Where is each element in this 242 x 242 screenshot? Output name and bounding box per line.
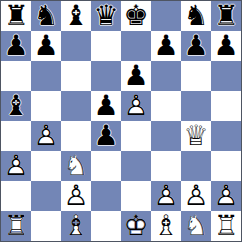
chess-board-window: ♜♞♝♛♚♞♜♟♟♟♟♟♟♝♟♟♙♟♙♟♛♕♟♙♞♘♟♙♟♙♟♙♟♙♜♖♝♗♚♔… — [0, 0, 242, 242]
square-e4[interactable] — [121, 121, 151, 151]
white-pawn-piece[interactable]: ♟♙ — [151, 181, 181, 211]
black-pawn-piece[interactable]: ♟ — [1, 31, 31, 61]
square-c2[interactable]: ♟♙ — [61, 181, 91, 211]
piece-glyph-fill: ♟ — [121, 61, 151, 91]
black-pawn-piece[interactable]: ♟ — [211, 31, 241, 61]
piece-glyph-outline: ♙ — [121, 91, 151, 121]
black-knight-piece[interactable]: ♞ — [181, 1, 211, 31]
square-a6[interactable] — [1, 61, 31, 91]
piece-glyph-fill: ♞ — [31, 1, 61, 31]
white-pawn-piece[interactable]: ♟♙ — [61, 181, 91, 211]
square-h8[interactable]: ♜ — [211, 1, 241, 31]
square-f3[interactable] — [151, 151, 181, 181]
square-h6[interactable] — [211, 61, 241, 91]
piece-glyph-fill: ♟ — [1, 31, 31, 61]
white-king-piece[interactable]: ♚♔ — [121, 211, 151, 241]
square-c5[interactable] — [61, 91, 91, 121]
piece-glyph-outline: ♗ — [151, 211, 181, 241]
piece-glyph-fill: ♟ — [31, 31, 61, 61]
square-f7[interactable]: ♟ — [151, 31, 181, 61]
black-pawn-piece[interactable]: ♟ — [181, 31, 211, 61]
square-c8[interactable]: ♝ — [61, 1, 91, 31]
piece-glyph-outline: ♙ — [181, 181, 211, 211]
square-g4[interactable]: ♛♕ — [181, 121, 211, 151]
square-a8[interactable]: ♜ — [1, 1, 31, 31]
square-a1[interactable]: ♜♖ — [1, 211, 31, 241]
black-queen-piece[interactable]: ♛ — [91, 1, 121, 31]
square-a3[interactable]: ♟♙ — [1, 151, 31, 181]
square-f4[interactable] — [151, 121, 181, 151]
square-h4[interactable] — [211, 121, 241, 151]
square-h2[interactable]: ♟♙ — [211, 181, 241, 211]
black-pawn-piece[interactable]: ♟ — [121, 61, 151, 91]
square-a5[interactable]: ♝ — [1, 91, 31, 121]
piece-glyph-fill: ♛ — [91, 1, 121, 31]
white-pawn-piece[interactable]: ♟♙ — [181, 181, 211, 211]
piece-glyph-fill: ♜ — [1, 1, 31, 31]
square-g7[interactable]: ♟ — [181, 31, 211, 61]
black-pawn-piece[interactable]: ♟ — [91, 121, 121, 151]
square-b8[interactable]: ♞ — [31, 1, 61, 31]
piece-glyph-fill: ♟ — [151, 31, 181, 61]
square-a7[interactable]: ♟ — [1, 31, 31, 61]
square-c4[interactable] — [61, 121, 91, 151]
piece-glyph-outline: ♙ — [61, 181, 91, 211]
black-bishop-piece[interactable]: ♝ — [1, 91, 31, 121]
white-bishop-piece[interactable]: ♝♗ — [151, 211, 181, 241]
square-b2[interactable] — [31, 181, 61, 211]
square-g3[interactable] — [181, 151, 211, 181]
square-g1[interactable]: ♞♘ — [181, 211, 211, 241]
black-pawn-piece[interactable]: ♟ — [31, 31, 61, 61]
square-e2[interactable] — [121, 181, 151, 211]
piece-glyph-fill: ♝ — [1, 91, 31, 121]
square-e6[interactable]: ♟ — [121, 61, 151, 91]
piece-glyph-outline: ♙ — [31, 121, 61, 151]
square-e1[interactable]: ♚♔ — [121, 211, 151, 241]
square-b5[interactable] — [31, 91, 61, 121]
piece-glyph-fill: ♜ — [211, 1, 241, 31]
white-pawn-piece[interactable]: ♟♙ — [31, 121, 61, 151]
piece-glyph-outline: ♘ — [181, 211, 211, 241]
piece-glyph-outline: ♙ — [151, 181, 181, 211]
square-d2[interactable] — [91, 181, 121, 211]
black-rook-piece[interactable]: ♜ — [1, 1, 31, 31]
square-g2[interactable]: ♟♙ — [181, 181, 211, 211]
black-pawn-piece[interactable]: ♟ — [91, 91, 121, 121]
square-e7[interactable] — [121, 31, 151, 61]
square-b1[interactable] — [31, 211, 61, 241]
piece-glyph-fill: ♟ — [91, 91, 121, 121]
square-d4[interactable]: ♟ — [91, 121, 121, 151]
chess-board: ♜♞♝♛♚♞♜♟♟♟♟♟♟♝♟♟♙♟♙♟♛♕♟♙♞♘♟♙♟♙♟♙♟♙♜♖♝♗♚♔… — [0, 0, 242, 242]
square-f5[interactable] — [151, 91, 181, 121]
square-e3[interactable] — [121, 151, 151, 181]
square-f8[interactable] — [151, 1, 181, 31]
piece-glyph-fill: ♚ — [121, 1, 151, 31]
piece-glyph-outline: ♙ — [211, 181, 241, 211]
white-pawn-piece[interactable]: ♟♙ — [211, 181, 241, 211]
square-f6[interactable] — [151, 61, 181, 91]
square-g5[interactable] — [181, 91, 211, 121]
piece-glyph-outline: ♖ — [211, 211, 241, 241]
square-b3[interactable] — [31, 151, 61, 181]
square-f2[interactable]: ♟♙ — [151, 181, 181, 211]
black-bishop-piece[interactable]: ♝ — [61, 1, 91, 31]
white-pawn-piece[interactable]: ♟♙ — [121, 91, 151, 121]
square-a2[interactable] — [1, 181, 31, 211]
piece-glyph-fill: ♝ — [61, 1, 91, 31]
square-c7[interactable] — [61, 31, 91, 61]
square-e5[interactable]: ♟♙ — [121, 91, 151, 121]
piece-glyph-outline: ♙ — [1, 151, 31, 181]
square-d1[interactable] — [91, 211, 121, 241]
white-knight-piece[interactable]: ♞♘ — [61, 151, 91, 181]
piece-glyph-fill: ♟ — [181, 31, 211, 61]
white-bishop-piece[interactable]: ♝♗ — [61, 211, 91, 241]
square-d7[interactable] — [91, 31, 121, 61]
white-queen-piece[interactable]: ♛♕ — [181, 121, 211, 151]
square-h7[interactable]: ♟ — [211, 31, 241, 61]
square-d3[interactable] — [91, 151, 121, 181]
square-c6[interactable] — [61, 61, 91, 91]
piece-glyph-fill: ♟ — [211, 31, 241, 61]
square-d5[interactable]: ♟ — [91, 91, 121, 121]
square-b7[interactable]: ♟ — [31, 31, 61, 61]
square-f1[interactable]: ♝♗ — [151, 211, 181, 241]
piece-glyph-outline: ♗ — [61, 211, 91, 241]
square-a4[interactable] — [1, 121, 31, 151]
white-pawn-piece[interactable]: ♟♙ — [1, 151, 31, 181]
square-h5[interactable] — [211, 91, 241, 121]
square-g6[interactable] — [181, 61, 211, 91]
piece-glyph-outline: ♕ — [181, 121, 211, 151]
black-rook-piece[interactable]: ♜ — [211, 1, 241, 31]
black-king-piece[interactable]: ♚ — [121, 1, 151, 31]
square-b4[interactable]: ♟♙ — [31, 121, 61, 151]
square-d6[interactable] — [91, 61, 121, 91]
square-g8[interactable]: ♞ — [181, 1, 211, 31]
square-d8[interactable]: ♛ — [91, 1, 121, 31]
white-rook-piece[interactable]: ♜♖ — [211, 211, 241, 241]
square-h1[interactable]: ♜♖ — [211, 211, 241, 241]
piece-glyph-outline: ♔ — [121, 211, 151, 241]
square-e8[interactable]: ♚ — [121, 1, 151, 31]
square-c3[interactable]: ♞♘ — [61, 151, 91, 181]
piece-glyph-outline: ♖ — [1, 211, 31, 241]
piece-glyph-outline: ♘ — [61, 151, 91, 181]
black-pawn-piece[interactable]: ♟ — [151, 31, 181, 61]
white-knight-piece[interactable]: ♞♘ — [181, 211, 211, 241]
piece-glyph-fill: ♟ — [91, 121, 121, 151]
white-rook-piece[interactable]: ♜♖ — [1, 211, 31, 241]
square-b6[interactable] — [31, 61, 61, 91]
piece-glyph-fill: ♞ — [181, 1, 211, 31]
square-h3[interactable] — [211, 151, 241, 181]
black-knight-piece[interactable]: ♞ — [31, 1, 61, 31]
square-c1[interactable]: ♝♗ — [61, 211, 91, 241]
